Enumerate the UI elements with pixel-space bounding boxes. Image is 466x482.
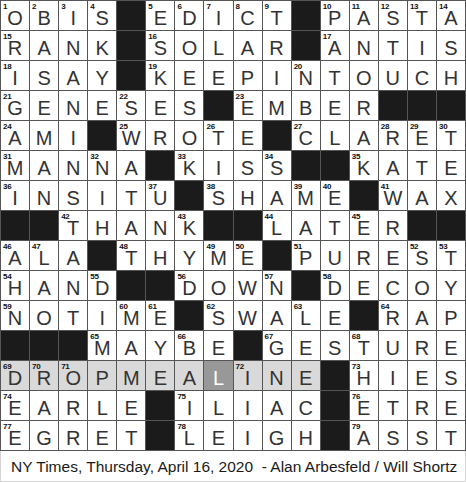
cell-r8c13[interactable]: 45E <box>350 211 378 240</box>
cell-r12c10[interactable]: 67G <box>263 331 291 360</box>
cell-r4c4[interactable]: E <box>88 91 116 120</box>
cell-letter: N <box>1 308 29 329</box>
cell-r8c10[interactable]: 44L <box>263 211 291 240</box>
cell-r15c15[interactable]: S <box>408 421 436 450</box>
cell-r2c4[interactable]: K <box>88 31 116 60</box>
cell-r14c2[interactable]: A <box>30 391 58 420</box>
cell-letter: R <box>379 128 407 149</box>
cell-letter: W <box>234 308 262 329</box>
cell-r7c2[interactable]: N <box>30 181 58 210</box>
cell-r1c8[interactable]: 7I <box>204 1 232 30</box>
cell-letter: A <box>350 428 378 449</box>
cell-letter: Y <box>146 338 174 359</box>
cell-r4c9[interactable]: 23E <box>234 91 262 120</box>
cell-r1c2[interactable]: 2B <box>30 1 58 30</box>
cell-r4c5[interactable]: 22S <box>117 91 145 120</box>
cell-r15c2[interactable]: G <box>30 421 58 450</box>
block-cell-r9c4 <box>88 241 116 270</box>
cell-r8c3[interactable]: 42T <box>59 211 87 240</box>
cell-letter: P <box>88 368 116 389</box>
cell-letter: S <box>437 368 465 389</box>
cell-r8c7[interactable]: 43K <box>175 211 203 240</box>
cell-r14c9[interactable]: I <box>234 391 262 420</box>
cell-r5c12[interactable]: L <box>321 121 349 150</box>
cell-r6c9[interactable]: S <box>234 151 262 180</box>
cell-r6c13[interactable]: 35K <box>350 151 378 180</box>
cell-r5c2[interactable]: M <box>30 121 58 150</box>
cell-letter: P <box>437 308 465 329</box>
cell-r11c2[interactable]: O <box>30 301 58 330</box>
cell-letter: U <box>379 338 407 359</box>
cell-r10c4[interactable]: 55D <box>88 271 116 300</box>
cell-r14c5[interactable]: E <box>117 391 145 420</box>
cell-r11c11[interactable]: 63L <box>292 301 320 330</box>
cell-r9c7[interactable]: Y <box>175 241 203 270</box>
cell-r7c6[interactable]: 37U <box>146 181 174 210</box>
cell-letter: N <box>263 278 291 299</box>
cell-r12c11[interactable]: E <box>292 331 320 360</box>
block-cell-r5c4 <box>88 121 116 150</box>
block-cell-r5c10 <box>263 121 291 150</box>
cell-letter: T <box>379 398 407 419</box>
cell-r14c1[interactable]: 74E <box>1 391 29 420</box>
cell-r11c3[interactable]: T <box>59 301 87 330</box>
cell-r8c11[interactable]: A <box>292 211 320 240</box>
cell-r5c7[interactable]: O <box>175 121 203 150</box>
cell-r5c16[interactable]: 30T <box>437 121 465 150</box>
cell-letter: Y <box>175 248 203 269</box>
cell-r11c5[interactable]: 60M <box>117 301 145 330</box>
cell-r13c9[interactable]: 72I <box>234 361 262 390</box>
cell-letter: L <box>204 38 232 59</box>
cell-letter: E <box>146 368 174 389</box>
cell-r6c3[interactable]: N <box>59 151 87 180</box>
cell-r5c13[interactable]: A <box>350 121 378 150</box>
cell-letter: E <box>437 338 465 359</box>
cell-letter: S <box>234 158 262 179</box>
cell-r12c6[interactable]: Y <box>146 331 174 360</box>
cell-r9c1[interactable]: 46A <box>1 241 29 270</box>
cell-r7c10[interactable]: A <box>263 181 291 210</box>
cell-r8c12[interactable]: T <box>321 211 349 240</box>
cell-r4c2[interactable]: E <box>30 91 58 120</box>
cell-r12c15[interactable]: R <box>408 331 436 360</box>
cell-letter: A <box>1 248 29 269</box>
cell-r15c16[interactable]: T <box>437 421 465 450</box>
cell-r14c4[interactable]: L <box>88 391 116 420</box>
cell-r14c11[interactable]: C <box>292 391 320 420</box>
cell-letter: I <box>234 398 262 419</box>
cell-r12c4[interactable]: 65M <box>88 331 116 360</box>
cell-r8c4[interactable]: H <box>88 211 116 240</box>
cell-letter: O <box>408 278 436 299</box>
cell-letter: O <box>175 38 203 59</box>
cell-r7c4[interactable]: I <box>88 181 116 210</box>
cell-r9c11[interactable]: 51P <box>292 241 320 270</box>
cell-r13c14[interactable]: I <box>379 361 407 390</box>
cell-r1c4[interactable]: 4S <box>88 1 116 30</box>
cell-letter: A <box>263 308 291 329</box>
cell-r2c9[interactable]: A <box>234 31 262 60</box>
cell-r12c12[interactable]: S <box>321 331 349 360</box>
cell-r13c15[interactable]: E <box>408 361 436 390</box>
block-cell-r11c7 <box>175 301 203 330</box>
cell-letter: S <box>437 38 465 59</box>
cell-r3c6[interactable]: 19K <box>146 61 174 90</box>
block-cell-r14c6 <box>146 391 174 420</box>
cell-r9c2[interactable]: 47L <box>30 241 58 270</box>
cell-r10c12[interactable]: 58D <box>321 271 349 300</box>
cell-r7c15[interactable]: A <box>408 181 436 210</box>
cell-letter: N <box>59 158 87 179</box>
block-cell-r13c12 <box>321 361 349 390</box>
cell-r3c10[interactable]: I <box>263 61 291 90</box>
cell-r14c10[interactable]: A <box>263 391 291 420</box>
cell-r12c13[interactable]: 68T <box>350 331 378 360</box>
cell-r1c12[interactable]: 10P <box>321 1 349 30</box>
cell-letter: P <box>321 8 349 29</box>
cell-r13c10[interactable]: N <box>263 361 291 390</box>
cell-r13c6[interactable]: E <box>146 361 174 390</box>
cell-r11c12[interactable]: E <box>321 301 349 330</box>
cell-letter: A <box>59 248 87 269</box>
cell-r2c15[interactable]: I <box>408 31 436 60</box>
cell-r11c15[interactable]: A <box>408 301 436 330</box>
cell-r13c3[interactable]: 71O <box>59 361 87 390</box>
cell-r10c2[interactable]: A <box>30 271 58 300</box>
cell-r15c4[interactable]: E <box>88 421 116 450</box>
cell-r10c1[interactable]: 54H <box>1 271 29 300</box>
cell-r1c14[interactable]: 12S <box>379 1 407 30</box>
cell-r10c16[interactable]: Y <box>437 271 465 300</box>
cell-r2c16[interactable]: S <box>437 31 465 60</box>
cell-r13c13[interactable]: 73H <box>350 361 378 390</box>
cell-r4c3[interactable]: N <box>59 91 87 120</box>
block-cell-r7c13 <box>350 181 378 210</box>
cell-r11c1[interactable]: 59N <box>1 301 29 330</box>
cell-r13c16[interactable]: S <box>437 361 465 390</box>
cell-r15c9[interactable]: I <box>234 421 262 450</box>
cell-letter: L <box>204 398 232 419</box>
cell-r10c9[interactable]: W <box>234 271 262 300</box>
cell-r12c8[interactable]: E <box>204 331 232 360</box>
cell-r5c1[interactable]: 24A <box>1 121 29 150</box>
cell-r15c7[interactable]: 78L <box>175 421 203 450</box>
cell-r4c1[interactable]: 21G <box>1 91 29 120</box>
cell-r15c1[interactable]: 77E <box>1 421 29 450</box>
cell-r3c4[interactable]: Y <box>88 61 116 90</box>
cell-r3c1[interactable]: 18I <box>1 61 29 90</box>
cell-letter: A <box>379 158 407 179</box>
cell-r3c12[interactable]: T <box>321 61 349 90</box>
cell-r15c11[interactable]: H <box>292 421 320 450</box>
cell-r8c5[interactable]: A <box>117 211 145 240</box>
cell-letter: E <box>146 98 174 119</box>
cell-r6c14[interactable]: A <box>379 151 407 180</box>
cell-r5c3[interactable]: I <box>59 121 87 150</box>
cell-r1c7[interactable]: 6D <box>175 1 203 30</box>
cell-r15c5[interactable]: T <box>117 421 145 450</box>
block-cell-r4c8 <box>204 91 232 120</box>
cell-letter: N <box>263 368 291 389</box>
cell-r3c11[interactable]: 20N <box>292 61 320 90</box>
cell-r5c15[interactable]: 29E <box>408 121 436 150</box>
cell-r1c3[interactable]: 3I <box>59 1 87 30</box>
cell-r9c8[interactable]: 49M <box>204 241 232 270</box>
cell-letter: D <box>1 368 29 389</box>
cell-letter: T <box>117 188 145 209</box>
cell-r6c16[interactable]: E <box>437 151 465 180</box>
cell-r5c8[interactable]: 26T <box>204 121 232 150</box>
cell-r1c15[interactable]: 13T <box>408 1 436 30</box>
cell-letter: C <box>292 398 320 419</box>
cell-letter: E <box>204 68 232 89</box>
cell-letter: A <box>263 398 291 419</box>
cell-r13c8[interactable]: L <box>204 361 232 390</box>
cell-letter: T <box>408 8 436 29</box>
block-cell-r7c7 <box>175 181 203 210</box>
cell-letter: I <box>204 158 232 179</box>
cell-letter: R <box>30 368 58 389</box>
cell-r2c13[interactable]: N <box>350 31 378 60</box>
cell-letter: O <box>1 8 29 29</box>
cell-r15c10[interactable]: G <box>263 421 291 450</box>
cell-r2c14[interactable]: T <box>379 31 407 60</box>
cell-letter: W <box>234 278 262 299</box>
cell-letter: I <box>263 68 291 89</box>
cell-r3c3[interactable]: A <box>59 61 87 90</box>
cell-r14c15[interactable]: R <box>408 391 436 420</box>
cell-r5c11[interactable]: 27C <box>292 121 320 150</box>
cell-r13c7[interactable]: A <box>175 361 203 390</box>
cell-letter: N <box>292 68 320 89</box>
block-cell-r14c12 <box>321 391 349 420</box>
cell-r9c12[interactable]: U <box>321 241 349 270</box>
cell-letter: L <box>30 248 58 269</box>
cell-r12c16[interactable]: E <box>437 331 465 360</box>
cell-letter: C <box>292 128 320 149</box>
cell-r11c16[interactable]: P <box>437 301 465 330</box>
cell-r9c15[interactable]: 52S <box>408 241 436 270</box>
cell-letter: E <box>321 308 349 329</box>
cell-r4c6[interactable]: E <box>146 91 174 120</box>
cell-letter: E <box>204 428 232 449</box>
cell-letter: E <box>30 98 58 119</box>
cell-r13c4[interactable]: P <box>88 361 116 390</box>
cell-r3c16[interactable]: H <box>437 61 465 90</box>
cell-r2c1[interactable]: 15R <box>1 31 29 60</box>
cell-r1c10[interactable]: 9T <box>263 1 291 30</box>
cell-r4c7[interactable]: S <box>175 91 203 120</box>
cell-r4c13[interactable]: R <box>350 91 378 120</box>
cell-letter: R <box>263 38 291 59</box>
cell-letter: O <box>204 278 232 299</box>
cell-letter: E <box>234 98 262 119</box>
cell-r4c10[interactable]: M <box>263 91 291 120</box>
cell-r1c9[interactable]: 8C <box>234 1 262 30</box>
cell-letter: N <box>59 98 87 119</box>
cell-r13c2[interactable]: 70R <box>30 361 58 390</box>
cell-letter: M <box>30 128 58 149</box>
cell-r7c9[interactable]: H <box>234 181 262 210</box>
cell-r6c5[interactable]: A <box>117 151 145 180</box>
cell-r1c13[interactable]: 11A <box>350 1 378 30</box>
cell-letter: R <box>408 338 436 359</box>
cell-letter: B <box>175 338 203 359</box>
cell-r10c14[interactable]: C <box>379 271 407 300</box>
cell-r13c1[interactable]: 69D <box>1 361 29 390</box>
cell-r9c3[interactable]: A <box>59 241 87 270</box>
cell-r10c7[interactable]: 56D <box>175 271 203 300</box>
cell-r11c10[interactable]: A <box>263 301 291 330</box>
cell-r9c13[interactable]: R <box>350 241 378 270</box>
cell-r9c9[interactable]: 50E <box>234 241 262 270</box>
crossword-grid: 1O2B3I4S5E6D7I8C9T10P11A12S13T14A15RANK1… <box>0 0 466 451</box>
block-cell-r6c12 <box>321 151 349 180</box>
cell-r5c9[interactable]: E <box>234 121 262 150</box>
cell-r3c9[interactable]: P <box>234 61 262 90</box>
cell-r11c4[interactable]: I <box>88 301 116 330</box>
cell-r7c8[interactable]: 38S <box>204 181 232 210</box>
cell-r1c16[interactable]: 14A <box>437 1 465 30</box>
cell-letter: H <box>234 188 262 209</box>
cell-r2c6[interactable]: 16S <box>146 31 174 60</box>
cell-r10c15[interactable]: O <box>408 271 436 300</box>
cell-letter: D <box>88 278 116 299</box>
cell-r6c10[interactable]: 34S <box>263 151 291 180</box>
cell-letter: E <box>379 248 407 269</box>
cell-letter: O <box>175 128 203 149</box>
cell-r5c5[interactable]: 25W <box>117 121 145 150</box>
cell-r3c2[interactable]: S <box>30 61 58 90</box>
cell-letter: T <box>204 128 232 149</box>
cell-letter: E <box>1 398 29 419</box>
cell-r7c14[interactable]: 41W <box>379 181 407 210</box>
cell-r14c14[interactable]: T <box>379 391 407 420</box>
cell-r9c14[interactable]: E <box>379 241 407 270</box>
cell-r14c8[interactable]: L <box>204 391 232 420</box>
cell-letter: I <box>1 68 29 89</box>
cell-letter: P <box>292 248 320 269</box>
cell-r7c12[interactable]: 40E <box>321 181 349 210</box>
cell-r10c13[interactable]: E <box>350 271 378 300</box>
cell-r4c12[interactable]: E <box>321 91 349 120</box>
cell-r1c1[interactable]: 1O <box>1 1 29 30</box>
cell-r7c11[interactable]: 39M <box>292 181 320 210</box>
cell-r8c14[interactable]: R <box>379 211 407 240</box>
cell-r6c7[interactable]: 33K <box>175 151 203 180</box>
cell-r7c3[interactable]: S <box>59 181 87 210</box>
cell-r4c11[interactable]: B <box>292 91 320 120</box>
cell-r3c8[interactable]: E <box>204 61 232 90</box>
cell-r15c14[interactable]: S <box>379 421 407 450</box>
cell-r2c8[interactable]: L <box>204 31 232 60</box>
cell-r2c7[interactable]: O <box>175 31 203 60</box>
cell-letter: N <box>88 158 116 179</box>
cell-letter: W <box>117 128 145 149</box>
cell-r9c6[interactable]: H <box>146 241 174 270</box>
cell-r6c15[interactable]: T <box>408 151 436 180</box>
cell-r15c8[interactable]: E <box>204 421 232 450</box>
cell-r12c7[interactable]: 66B <box>175 331 203 360</box>
cell-r11c8[interactable]: 62S <box>204 301 232 330</box>
cell-r2c3[interactable]: N <box>59 31 87 60</box>
cell-r14c16[interactable]: E <box>437 391 465 420</box>
cell-r2c10[interactable]: R <box>263 31 291 60</box>
cell-letter: T <box>437 128 465 149</box>
cell-letter: A <box>234 38 262 59</box>
cell-letter: L <box>321 128 349 149</box>
cell-r9c5[interactable]: 48T <box>117 241 145 270</box>
cell-letter: A <box>321 38 349 59</box>
cell-r5c14[interactable]: 28R <box>379 121 407 150</box>
cell-r14c7[interactable]: 75I <box>175 391 203 420</box>
cell-letter: Y <box>437 278 465 299</box>
cell-r7c16[interactable]: X <box>437 181 465 210</box>
cell-r10c3[interactable]: N <box>59 271 87 300</box>
cell-letter: T <box>117 248 145 269</box>
cell-r10c8[interactable]: O <box>204 271 232 300</box>
cell-r6c8[interactable]: I <box>204 151 232 180</box>
cell-r7c5[interactable]: T <box>117 181 145 210</box>
cell-r10c10[interactable]: 57N <box>263 271 291 300</box>
cell-letter: T <box>59 218 87 239</box>
cell-r9c16[interactable]: 53T <box>437 241 465 270</box>
cell-r6c2[interactable]: A <box>30 151 58 180</box>
cell-letter: O <box>59 368 87 389</box>
cell-letter: B <box>292 98 320 119</box>
cell-letter: I <box>204 8 232 29</box>
cell-letter: R <box>408 398 436 419</box>
cell-r1c6[interactable]: 5E <box>146 1 174 30</box>
cell-r3c7[interactable]: E <box>175 61 203 90</box>
cell-letter: I <box>88 308 116 329</box>
cell-r11c9[interactable]: W <box>234 301 262 330</box>
cell-r15c13[interactable]: 79A <box>350 421 378 450</box>
cell-r11c14[interactable]: 64R <box>379 301 407 330</box>
cell-r2c12[interactable]: 17A <box>321 31 349 60</box>
cell-r8c6[interactable]: N <box>146 211 174 240</box>
cell-letter: A <box>30 158 58 179</box>
cell-r3c13[interactable]: O <box>350 61 378 90</box>
cell-r11c6[interactable]: 61E <box>146 301 174 330</box>
cell-letter: N <box>59 278 87 299</box>
cell-r14c13[interactable]: 76E <box>350 391 378 420</box>
cell-r3c15[interactable]: C <box>408 61 436 90</box>
cell-letter: M <box>1 158 29 179</box>
cell-r2c2[interactable]: A <box>30 31 58 60</box>
cell-letter: L <box>263 218 291 239</box>
cell-r7c1[interactable]: 36I <box>1 181 29 210</box>
cell-letter: M <box>263 98 291 119</box>
cell-r3c14[interactable]: U <box>379 61 407 90</box>
cell-r13c11[interactable]: E <box>292 361 320 390</box>
cell-r12c5[interactable]: A <box>117 331 145 360</box>
cell-letter: N <box>30 188 58 209</box>
cell-letter: U <box>146 188 174 209</box>
cell-letter: C <box>379 278 407 299</box>
cell-r6c4[interactable]: 32N <box>88 151 116 180</box>
cell-r13c5[interactable]: M <box>117 361 145 390</box>
cell-r12c14[interactable]: U <box>379 331 407 360</box>
cell-letter: S <box>204 188 232 209</box>
cell-letter: E <box>350 218 378 239</box>
cell-r6c1[interactable]: 31M <box>1 151 29 180</box>
cell-letter: I <box>234 368 262 389</box>
cell-r5c6[interactable]: R <box>146 121 174 150</box>
cell-r15c3[interactable]: R <box>59 421 87 450</box>
cell-r14c3[interactable]: R <box>59 391 87 420</box>
